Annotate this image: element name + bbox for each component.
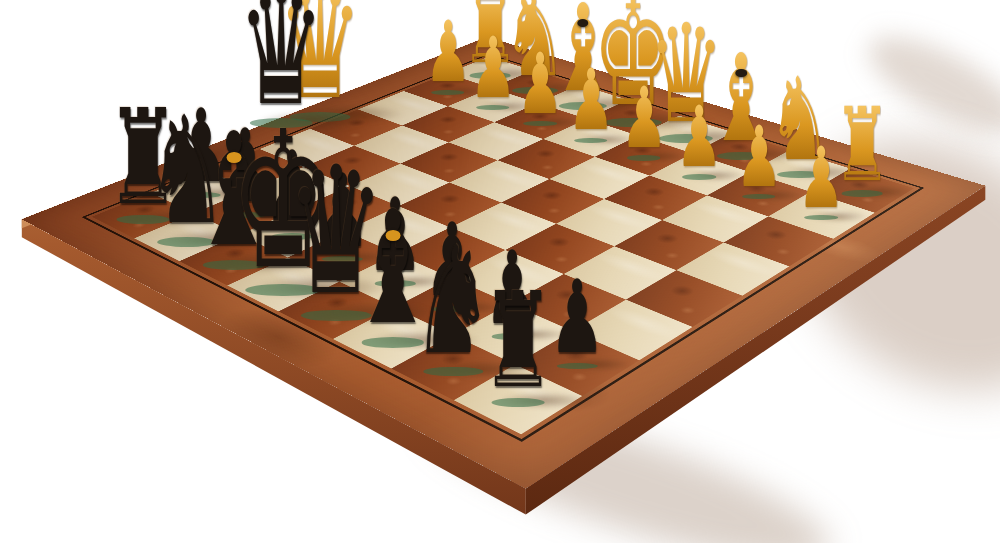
pawn-glyph: ♟ xyxy=(676,95,723,179)
pawn-glyph: ♟ xyxy=(567,58,614,142)
pawn-glyph: ♟ xyxy=(798,136,845,220)
bishop-finial xyxy=(385,230,400,241)
pawn-glyph: ♟ xyxy=(735,115,782,199)
product-photo-scene: chess ♜♞♝♛♚♝♞♜♟♟♟♟♟♟♟♟♟♟♟♟♟♟♟♟♜♞♝♛♚♝♞♜♛♛ xyxy=(0,0,1000,543)
pawn-glyph: ♟ xyxy=(517,42,564,126)
rook-glyph: ♜ xyxy=(481,274,554,406)
pawn-glyph: ♟ xyxy=(424,10,471,94)
pawn-glyph: ♟ xyxy=(469,26,516,110)
pawn-glyph: ♟ xyxy=(620,76,667,160)
pawn-glyph: ♟ xyxy=(549,267,605,368)
